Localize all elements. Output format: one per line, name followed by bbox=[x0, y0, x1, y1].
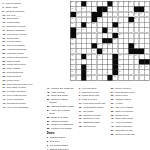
clue-item: 25. Cooking vessel bbox=[2, 51, 42, 54]
clue-text: Ice cream holder bbox=[49, 144, 68, 147]
clue-item: 7. Opposite of old bbox=[79, 90, 107, 93]
clue-text: Grow older bbox=[6, 36, 19, 39]
clue-item: 18. Tiny green veggie bbox=[2, 32, 42, 35]
cell-number: 4 bbox=[92, 2, 93, 4]
clue-text: Wander about bbox=[114, 98, 130, 101]
cell-number: 7 bbox=[124, 2, 125, 4]
clue-item: 9. Limb of a tree bbox=[79, 98, 107, 101]
clue-text: Tiny taste of food bbox=[6, 86, 26, 89]
clue-text: Frozen water bbox=[6, 40, 21, 43]
clue-text: Take a seat bbox=[6, 59, 19, 62]
clue-text: Flock mothers bbox=[5, 2, 21, 5]
cell-number: 26 bbox=[82, 28, 84, 30]
cell-number: 28 bbox=[77, 33, 79, 35]
clue-text: Small quick bite bbox=[81, 94, 99, 97]
cell-number: 12 bbox=[108, 7, 110, 9]
clue-text: Kitchen crawler bbox=[50, 119, 68, 122]
clue-text: Stretch of grass bbox=[82, 113, 100, 116]
clue-item: 53. Mineral spring resort bbox=[47, 105, 76, 108]
cell-number: 18 bbox=[98, 17, 100, 19]
cell-number: 39 bbox=[103, 49, 105, 51]
clue-item: 57. Point on a compass bbox=[47, 123, 76, 126]
clue-item: 21. Ray of sunshine bbox=[2, 44, 42, 47]
clue-item: 39. Friendly greeting bbox=[2, 90, 42, 93]
clue-text: Bring to a close bbox=[50, 115, 68, 118]
clue-text: Letters and parcels bbox=[6, 55, 28, 58]
clue-text: Santa's helper bbox=[49, 136, 66, 139]
across-clues-continued: 47. Light in the night sky48. Vote in fa… bbox=[47, 86, 76, 129]
clue-item: 38. Gentle poke bbox=[111, 113, 148, 116]
clue-item: 33. Picnic pest bbox=[2, 78, 42, 81]
clue-text: Light in the night sky bbox=[50, 86, 73, 89]
clue-item: 17. Rowboat blade bbox=[79, 121, 107, 124]
clue-item: 40. Use a park bench bbox=[2, 94, 42, 97]
clue-item: 37. Tiny taste of food bbox=[2, 86, 42, 89]
clue-text: Opposite of west bbox=[6, 25, 25, 28]
cell-number: 5 bbox=[113, 2, 114, 4]
clue-item: 41. Fizzy soft drink bbox=[2, 97, 42, 100]
cell-number: 17 bbox=[71, 17, 73, 19]
cell-number: 24 bbox=[129, 23, 131, 25]
cell-number: 37 bbox=[71, 49, 73, 51]
clue-text: Go inside bbox=[82, 109, 93, 112]
cell-number: 21 bbox=[87, 23, 89, 25]
clue-text: Unit of corn bbox=[114, 94, 127, 97]
cell-number: 30 bbox=[71, 39, 73, 41]
clue-text: Purring pet bbox=[82, 125, 95, 128]
cell-number: 15 bbox=[135, 12, 137, 14]
clue-text: Hooting night bird bbox=[6, 48, 26, 51]
clue-text: Use a park bench bbox=[6, 94, 26, 97]
down-clues-part-1: 1. Santa's helper2. Pen filler3. Ice cre… bbox=[47, 136, 76, 150]
cell-number: 8 bbox=[129, 2, 130, 4]
clue-text: Limb of a tree bbox=[81, 98, 97, 101]
clue-item: 42. Rock with metal bbox=[111, 117, 148, 120]
clue-item: 26. Unit of corn bbox=[111, 94, 148, 97]
cell-number: 11 bbox=[82, 7, 84, 9]
clue-item: 55. Bring to a close bbox=[47, 115, 76, 118]
cell-number: 45 bbox=[135, 54, 137, 56]
cell-number: 58 bbox=[113, 75, 115, 77]
cell-number: 27 bbox=[108, 28, 110, 30]
clue-item: 11. First meal of the day bbox=[79, 102, 107, 105]
clue-text: Rock with metal bbox=[114, 117, 132, 120]
clue-text: Mineral spring resort bbox=[50, 105, 73, 108]
cell-number: 33 bbox=[98, 44, 100, 46]
cell-number: 48 bbox=[71, 65, 73, 67]
crossword-sheet: 1. Flock mothers3. Sticky stuff5. Mornin… bbox=[0, 0, 150, 150]
clue-text: Not fast at all bbox=[6, 74, 21, 77]
clues-column-2: 47. Light in the night sky48. Vote in fa… bbox=[47, 86, 76, 150]
clue-text: Not closed bbox=[6, 17, 19, 20]
clue-text: Vote in favor bbox=[50, 90, 65, 93]
clue-text: Ray of sunshine bbox=[6, 44, 25, 47]
clue-item: 36. Rise and fall of the sea bbox=[2, 82, 42, 85]
clue-item: 5. Morning moisture bbox=[2, 9, 42, 12]
clue-text: Opposite of old bbox=[81, 90, 99, 93]
cell-number: 16 bbox=[140, 12, 142, 14]
clue-text: Very long sandwich bbox=[6, 105, 28, 108]
clue-item: 45. Cash dispenser bbox=[111, 125, 148, 128]
clue-item: 24. Low singing voice bbox=[111, 90, 148, 93]
clue-item: 14. Go inside bbox=[79, 109, 107, 112]
clue-text: Cash dispenser bbox=[114, 125, 132, 128]
clue-text: Large forest deer bbox=[6, 63, 26, 66]
clue-text: Hour of sunrise bbox=[114, 121, 132, 124]
clue-text: Morning moisture bbox=[5, 9, 25, 12]
cell-number: 49 bbox=[87, 65, 89, 67]
clue-item: 49. Neat and clean bbox=[47, 94, 76, 97]
clue-item: 1. Flock mothers bbox=[2, 2, 42, 5]
cell-number: 35 bbox=[108, 44, 110, 46]
clue-item: 46. Very long sandwich bbox=[2, 105, 42, 108]
cell-number: 53 bbox=[71, 70, 73, 72]
clue-item: 10. Pie a la ____ bbox=[2, 13, 42, 16]
clue-text: Red salad fruit bbox=[6, 71, 23, 74]
clue-text: Friendly greeting bbox=[6, 90, 25, 93]
clue-item: 31. Red salad fruit bbox=[2, 71, 42, 74]
clue-text: Have an evening meal bbox=[49, 108, 70, 114]
down-clues-column-3: 6. Hot leaf drink7. Opposite of old8. Sm… bbox=[79, 86, 107, 128]
clue-item: 29. Large forest deer bbox=[2, 63, 42, 66]
cell-number: 54 bbox=[87, 70, 89, 72]
clue-text: Gentle poke bbox=[114, 113, 128, 116]
clue-text: Tiny green veggie bbox=[6, 32, 26, 35]
clue-item: 18. Purring pet bbox=[79, 125, 107, 128]
clue-item: 22. Poet's "before" bbox=[111, 86, 148, 89]
clue-text: Sticky stuff bbox=[5, 5, 18, 8]
clue-text: Low singing voice bbox=[114, 90, 134, 93]
clue-text: Hot leaf drink bbox=[81, 86, 96, 89]
cell-number: 43 bbox=[119, 54, 121, 56]
cell-number: 29 bbox=[119, 33, 121, 35]
cell-number: 31 bbox=[113, 39, 115, 41]
clue-text: Rise and fall of the sea bbox=[6, 82, 32, 85]
clue-item: 56. Kitchen crawler bbox=[47, 119, 76, 122]
clue-item: 13. Lion's home bbox=[2, 21, 42, 24]
clue-item: 19. Grow older bbox=[2, 36, 42, 39]
clue-item: 16. Sound of a cat bbox=[79, 117, 107, 120]
clue-text: Fizzy soft drink bbox=[6, 97, 23, 100]
cell-number: 44 bbox=[129, 54, 131, 56]
cell-number: 32 bbox=[71, 44, 73, 46]
clue-text: Spread for bread bbox=[6, 101, 25, 104]
clue-item: 50. Sound a sheep makes bbox=[47, 98, 76, 104]
down-header: Down bbox=[47, 131, 76, 134]
cell-number: 38 bbox=[92, 49, 94, 51]
cell-number: 22 bbox=[92, 23, 94, 25]
clue-text: Stalk of a flower bbox=[114, 109, 132, 112]
clue-item: 4. Opens with a key bbox=[47, 147, 76, 150]
clue-text: Picnic pest bbox=[6, 78, 19, 81]
clue-item: 3. Sticky stuff bbox=[2, 5, 42, 8]
clue-item: 30. Wander about bbox=[111, 98, 148, 101]
clue-text: Cooking vessel bbox=[6, 51, 24, 54]
crossword-grid[interactable]: 1234567891011121314151617181920212223242… bbox=[70, 1, 150, 81]
clue-text: Point on a compass bbox=[50, 123, 73, 126]
clue-item: 2. Pen filler bbox=[47, 140, 76, 143]
clue-text: Pie a la ____ bbox=[6, 13, 21, 16]
clue-item: 34. Title for a knight bbox=[111, 105, 148, 108]
clue-item: 27. Letters and parcels bbox=[2, 55, 42, 58]
clue-text: Baking chamber bbox=[6, 28, 25, 31]
cell-number: 46 bbox=[71, 60, 73, 62]
cell-number: 25 bbox=[77, 28, 79, 30]
clue-item: 44. Hour of sunrise bbox=[111, 121, 148, 124]
cell-number: 57 bbox=[87, 75, 89, 77]
cell-number: 9 bbox=[145, 2, 146, 4]
cell-number: 13 bbox=[77, 12, 79, 14]
cell-number: 55 bbox=[119, 70, 121, 72]
clue-text: First meal of the day bbox=[82, 102, 105, 105]
clue-text: Story starter bbox=[6, 67, 20, 70]
clue-text: Poet's "before" bbox=[114, 86, 131, 89]
clue-text: Neat and clean bbox=[50, 94, 68, 97]
clue-text: Peg for a golf ball bbox=[114, 132, 134, 135]
clue-text: Sound a sheep makes bbox=[49, 98, 68, 104]
cell-number: 36 bbox=[135, 44, 137, 46]
cell-number: 3 bbox=[87, 2, 88, 4]
clue-item: 14. Opposite of west bbox=[2, 25, 42, 28]
clue-text: Lion's home bbox=[6, 21, 20, 24]
cell-number: 20 bbox=[71, 23, 73, 25]
cell-number: 19 bbox=[135, 17, 137, 19]
down-clues-column-4: 22. Poet's "before"24. Low singing voice… bbox=[111, 86, 148, 136]
clue-item: 31. As well bbox=[111, 102, 148, 105]
clue-item: 3. Ice cream holder bbox=[47, 144, 76, 147]
clue-text: Title for a knight bbox=[114, 105, 132, 108]
clue-item: 47. Light in the night sky bbox=[47, 86, 76, 89]
clue-item: 15. Stretch of grass bbox=[79, 113, 107, 116]
clue-text: Opens with a key bbox=[49, 147, 69, 150]
clue-text: Moved very quickly bbox=[50, 127, 72, 130]
cell-number: 52 bbox=[145, 65, 147, 67]
grid-cell-r15c15[interactable] bbox=[144, 75, 149, 80]
cell-number: 6 bbox=[119, 2, 120, 4]
clue-item: 28. Take a seat bbox=[2, 59, 42, 62]
clue-item: 8. Small quick bite bbox=[79, 94, 107, 97]
clue-item: 43. Spread for bread bbox=[2, 101, 42, 104]
clue-item: 17. Baking chamber bbox=[2, 28, 42, 31]
clue-text: Pen filler bbox=[49, 140, 59, 143]
cell-number: 34 bbox=[103, 44, 105, 46]
clue-item: 12. Light brown shade bbox=[79, 105, 107, 108]
cell-number: 41 bbox=[87, 54, 89, 56]
clue-text: Light brown shade bbox=[82, 105, 103, 108]
cell-number: 23 bbox=[119, 23, 121, 25]
cell-number: 42 bbox=[98, 54, 100, 56]
clue-item: 20. Frozen water bbox=[2, 40, 42, 43]
clue-item: 30. Story starter bbox=[2, 67, 42, 70]
cell-number: 1 bbox=[71, 2, 72, 4]
clue-text: Sound of a cat bbox=[82, 117, 99, 120]
cell-number: 10 bbox=[71, 7, 73, 9]
cell-number: 50 bbox=[119, 65, 121, 67]
clue-item: 54. Have an evening meal bbox=[47, 108, 76, 114]
clue-item: 12. Not closed bbox=[2, 17, 42, 20]
cell-number: 40 bbox=[71, 54, 73, 56]
cell-number: 2 bbox=[77, 2, 78, 4]
cell-number: 14 bbox=[103, 12, 105, 14]
clue-item: 6. Hot leaf drink bbox=[79, 86, 107, 89]
clue-item: 51. Opposite of wet bbox=[111, 128, 148, 131]
clue-text: As well bbox=[114, 102, 122, 105]
clue-item: 52. Peg for a golf ball bbox=[111, 132, 148, 135]
clue-item: 58. Moved very quickly bbox=[47, 127, 76, 130]
cell-number: 56 bbox=[71, 75, 73, 77]
clue-item: 48. Vote in favor bbox=[47, 90, 76, 93]
clue-item: 1. Santa's helper bbox=[47, 136, 76, 139]
clue-text: Rowboat blade bbox=[82, 121, 99, 124]
clue-item: 23. Hooting night bird bbox=[2, 48, 42, 51]
across-clues-column-1: 1. Flock mothers3. Sticky stuff5. Mornin… bbox=[2, 2, 42, 109]
clue-item: 32. Not fast at all bbox=[2, 74, 42, 77]
clue-item: 35. Stalk of a flower bbox=[111, 109, 148, 112]
cell-number: 47 bbox=[119, 60, 121, 62]
clue-text: Opposite of wet bbox=[114, 128, 132, 131]
cell-number: 51 bbox=[140, 65, 142, 67]
